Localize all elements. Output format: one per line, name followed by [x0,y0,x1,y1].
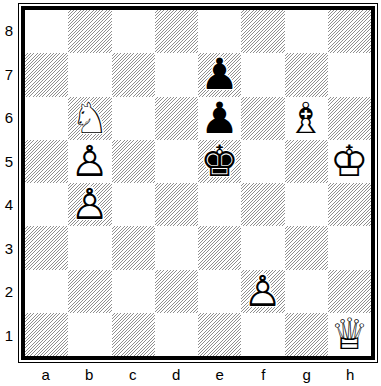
square-g5[interactable] [285,140,328,183]
piece-glyph: ♙ [71,140,110,183]
chess-board: ♟♞♘♟♝♗♟♙♚♚♔♟♙♟♙♛♕ [24,9,372,357]
black-pawn[interactable]: ♟ [198,53,241,96]
square-h1[interactable]: ♛♕ [328,313,371,356]
square-a2[interactable] [25,270,68,313]
piece-glyph: ♘ [71,97,110,140]
square-c2[interactable] [112,270,155,313]
square-e6[interactable]: ♟ [198,97,241,140]
rank-label-7: 7 [0,53,18,97]
square-b8[interactable] [68,10,111,53]
square-d6[interactable] [155,97,198,140]
file-label-b: b [68,363,112,385]
square-d3[interactable] [155,226,198,269]
square-b3[interactable] [68,226,111,269]
white-pawn[interactable]: ♟♙ [68,183,111,226]
piece-glyph: ♗ [287,97,326,140]
square-f5[interactable] [241,140,284,183]
square-f7[interactable] [241,53,284,96]
chess-diagram: 87654321 ♟♞♘♟♝♗♟♙♚♚♔♟♙♟♙♛♕ abcdefgh [0,0,381,386]
file-labels: abcdefgh [24,363,372,385]
piece-glyph: ♔ [330,140,369,183]
white-king[interactable]: ♚♔ [328,140,371,183]
white-pawn[interactable]: ♟♙ [68,140,111,183]
square-f4[interactable] [241,183,284,226]
white-queen[interactable]: ♛♕ [328,313,371,356]
square-f2[interactable]: ♟♙ [241,270,284,313]
piece-glyph: ♙ [244,270,283,313]
square-c7[interactable] [112,53,155,96]
board-outer-frame: ♟♞♘♟♝♗♟♙♚♚♔♟♙♟♙♛♕ [18,3,378,363]
rank-label-2: 2 [0,270,18,314]
square-e5[interactable]: ♚ [198,140,241,183]
white-pawn[interactable]: ♟♙ [241,270,284,313]
board-inner-frame: ♟♞♘♟♝♗♟♙♚♚♔♟♙♟♙♛♕ [21,6,375,360]
square-c3[interactable] [112,226,155,269]
rank-label-1: 1 [0,314,18,358]
square-h4[interactable] [328,183,371,226]
square-g2[interactable] [285,270,328,313]
square-c1[interactable] [112,313,155,356]
rank-label-5: 5 [0,140,18,184]
square-b4[interactable]: ♟♙ [68,183,111,226]
square-d2[interactable] [155,270,198,313]
square-f1[interactable] [241,313,284,356]
square-a3[interactable] [25,226,68,269]
square-h5[interactable]: ♚♔ [328,140,371,183]
file-label-f: f [242,363,286,385]
square-e1[interactable] [198,313,241,356]
square-d4[interactable] [155,183,198,226]
piece-glyph: ♕ [330,313,369,356]
square-f8[interactable] [241,10,284,53]
square-h7[interactable] [328,53,371,96]
black-pawn[interactable]: ♟ [198,97,241,140]
square-d8[interactable] [155,10,198,53]
square-e2[interactable] [198,270,241,313]
file-label-a: a [24,363,68,385]
square-a7[interactable] [25,53,68,96]
white-knight[interactable]: ♞♘ [68,97,111,140]
rank-label-3: 3 [0,227,18,271]
square-a5[interactable] [25,140,68,183]
square-g7[interactable] [285,53,328,96]
square-b1[interactable] [68,313,111,356]
square-h2[interactable] [328,270,371,313]
file-label-g: g [285,363,329,385]
square-c6[interactable] [112,97,155,140]
square-g8[interactable] [285,10,328,53]
file-label-e: e [198,363,242,385]
square-b6[interactable]: ♞♘ [68,97,111,140]
file-label-h: h [329,363,373,385]
square-g6[interactable]: ♝♗ [285,97,328,140]
square-c8[interactable] [112,10,155,53]
square-a1[interactable] [25,313,68,356]
square-g1[interactable] [285,313,328,356]
file-label-d: d [155,363,199,385]
rank-label-6: 6 [0,96,18,140]
square-b5[interactable]: ♟♙ [68,140,111,183]
square-e3[interactable] [198,226,241,269]
square-g4[interactable] [285,183,328,226]
square-a8[interactable] [25,10,68,53]
rank-label-8: 8 [0,9,18,53]
square-f6[interactable] [241,97,284,140]
square-c4[interactable] [112,183,155,226]
square-d1[interactable] [155,313,198,356]
piece-glyph: ♚ [200,140,239,183]
piece-glyph: ♙ [71,183,110,226]
square-h6[interactable] [328,97,371,140]
square-e8[interactable] [198,10,241,53]
white-bishop[interactable]: ♝♗ [285,97,328,140]
square-f3[interactable] [241,226,284,269]
rank-label-4: 4 [0,183,18,227]
square-c5[interactable] [112,140,155,183]
square-b7[interactable] [68,53,111,96]
square-d5[interactable] [155,140,198,183]
square-d7[interactable] [155,53,198,96]
square-e4[interactable] [198,183,241,226]
square-a4[interactable] [25,183,68,226]
square-h8[interactable] [328,10,371,53]
square-a6[interactable] [25,97,68,140]
piece-glyph: ♟ [200,53,239,96]
piece-glyph: ♟ [200,97,239,140]
square-b2[interactable] [68,270,111,313]
square-g3[interactable] [285,226,328,269]
rank-labels: 87654321 [0,9,18,357]
square-e7[interactable]: ♟ [198,53,241,96]
square-h3[interactable] [328,226,371,269]
file-label-c: c [111,363,155,385]
black-king[interactable]: ♚ [198,140,241,183]
